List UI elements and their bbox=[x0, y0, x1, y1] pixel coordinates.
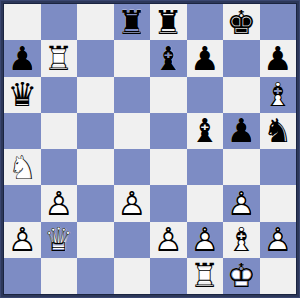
black-pawn-fill: ♙ bbox=[4, 40, 41, 76]
white-bishop-fill: ♝ bbox=[223, 222, 260, 258]
chess-board: ♖♜♖♜♔♚♙♟♜♖♗♝♙♟♙♟♕♛♝♗♗♝♙♟♘♞♞♘♟♙♟♙♟♙♟♙♛♕♟♙… bbox=[4, 4, 296, 294]
piece-white-pawn-a2: ♙ bbox=[4, 222, 41, 258]
black-knight-fill: ♘ bbox=[260, 113, 297, 149]
black-queen-fill: ♕ bbox=[4, 77, 41, 113]
square-e7[interactable]: ♗♝ bbox=[150, 40, 187, 76]
square-f2[interactable]: ♟♙ bbox=[187, 222, 224, 258]
square-f3[interactable] bbox=[187, 185, 224, 221]
piece-black-queen-a6: ♛ bbox=[4, 77, 41, 113]
square-e6[interactable] bbox=[150, 77, 187, 113]
square-g7[interactable] bbox=[223, 40, 260, 76]
square-b7[interactable]: ♜♖ bbox=[41, 40, 78, 76]
square-e1[interactable] bbox=[150, 258, 187, 294]
square-a3[interactable] bbox=[4, 185, 41, 221]
black-rook-fill: ♖ bbox=[114, 4, 151, 40]
square-h3[interactable] bbox=[260, 185, 297, 221]
square-d3[interactable]: ♟♙ bbox=[114, 185, 151, 221]
square-h4[interactable] bbox=[260, 149, 297, 185]
piece-white-pawn-f2: ♙ bbox=[187, 222, 224, 258]
square-a5[interactable] bbox=[4, 113, 41, 149]
piece-black-bishop-f5: ♝ bbox=[187, 113, 224, 149]
piece-black-rook-e8: ♜ bbox=[150, 4, 187, 40]
square-c5[interactable] bbox=[77, 113, 114, 149]
square-c4[interactable] bbox=[77, 149, 114, 185]
square-h2[interactable]: ♟♙ bbox=[260, 222, 297, 258]
square-c7[interactable] bbox=[77, 40, 114, 76]
square-b1[interactable] bbox=[41, 258, 78, 294]
square-h8[interactable] bbox=[260, 4, 297, 40]
black-pawn-fill: ♙ bbox=[260, 40, 297, 76]
piece-black-pawn-g5: ♟ bbox=[223, 113, 260, 149]
square-c8[interactable] bbox=[77, 4, 114, 40]
piece-white-rook-b7: ♖ bbox=[41, 40, 78, 76]
white-pawn-fill: ♟ bbox=[114, 185, 151, 221]
piece-white-pawn-b3: ♙ bbox=[41, 185, 78, 221]
white-knight-fill: ♞ bbox=[4, 149, 41, 185]
piece-white-bishop-h6: ♗ bbox=[260, 77, 297, 113]
white-pawn-fill: ♟ bbox=[223, 185, 260, 221]
piece-white-king-g1: ♔ bbox=[223, 258, 260, 294]
square-b3[interactable]: ♟♙ bbox=[41, 185, 78, 221]
square-a7[interactable]: ♙♟ bbox=[4, 40, 41, 76]
square-g4[interactable] bbox=[223, 149, 260, 185]
square-h5[interactable]: ♘♞ bbox=[260, 113, 297, 149]
square-a2[interactable]: ♟♙ bbox=[4, 222, 41, 258]
piece-white-pawn-e2: ♙ bbox=[150, 222, 187, 258]
piece-white-pawn-g3: ♙ bbox=[223, 185, 260, 221]
square-e8[interactable]: ♖♜ bbox=[150, 4, 187, 40]
square-f1[interactable]: ♜♖ bbox=[187, 258, 224, 294]
square-e2[interactable]: ♟♙ bbox=[150, 222, 187, 258]
piece-black-pawn-h7: ♟ bbox=[260, 40, 297, 76]
square-g1[interactable]: ♚♔ bbox=[223, 258, 260, 294]
piece-black-pawn-f7: ♟ bbox=[187, 40, 224, 76]
square-d2[interactable] bbox=[114, 222, 151, 258]
black-king-fill: ♔ bbox=[223, 4, 260, 40]
piece-white-knight-a4: ♘ bbox=[4, 149, 41, 185]
white-pawn-fill: ♟ bbox=[260, 222, 297, 258]
piece-black-knight-h5: ♞ bbox=[260, 113, 297, 149]
square-b5[interactable] bbox=[41, 113, 78, 149]
square-d6[interactable] bbox=[114, 77, 151, 113]
square-e5[interactable] bbox=[150, 113, 187, 149]
square-a4[interactable]: ♞♘ bbox=[4, 149, 41, 185]
square-d8[interactable]: ♖♜ bbox=[114, 4, 151, 40]
black-bishop-fill: ♗ bbox=[187, 113, 224, 149]
square-c2[interactable] bbox=[77, 222, 114, 258]
piece-white-pawn-h2: ♙ bbox=[260, 222, 297, 258]
white-bishop-fill: ♝ bbox=[260, 77, 297, 113]
piece-black-bishop-e7: ♝ bbox=[150, 40, 187, 76]
square-c6[interactable] bbox=[77, 77, 114, 113]
square-g2[interactable]: ♝♗ bbox=[223, 222, 260, 258]
white-rook-fill: ♜ bbox=[187, 258, 224, 294]
piece-black-king-g8: ♚ bbox=[223, 4, 260, 40]
white-pawn-fill: ♟ bbox=[41, 185, 78, 221]
white-king-fill: ♚ bbox=[223, 258, 260, 294]
square-d4[interactable] bbox=[114, 149, 151, 185]
square-f4[interactable] bbox=[187, 149, 224, 185]
white-pawn-fill: ♟ bbox=[4, 222, 41, 258]
piece-black-pawn-a7: ♟ bbox=[4, 40, 41, 76]
square-b6[interactable] bbox=[41, 77, 78, 113]
square-e3[interactable] bbox=[150, 185, 187, 221]
chess-board-frame: ♖♜♖♜♔♚♙♟♜♖♗♝♙♟♙♟♕♛♝♗♗♝♙♟♘♞♞♘♟♙♟♙♟♙♟♙♛♕♟♙… bbox=[0, 0, 300, 298]
black-pawn-fill: ♙ bbox=[223, 113, 260, 149]
square-f5[interactable]: ♗♝ bbox=[187, 113, 224, 149]
square-b4[interactable] bbox=[41, 149, 78, 185]
black-pawn-fill: ♙ bbox=[187, 40, 224, 76]
piece-white-queen-b2: ♕ bbox=[41, 222, 78, 258]
black-rook-fill: ♖ bbox=[150, 4, 187, 40]
square-e4[interactable] bbox=[150, 149, 187, 185]
white-rook-fill: ♜ bbox=[41, 40, 78, 76]
square-d1[interactable] bbox=[114, 258, 151, 294]
square-g6[interactable] bbox=[223, 77, 260, 113]
black-bishop-fill: ♗ bbox=[150, 40, 187, 76]
square-a6[interactable]: ♕♛ bbox=[4, 77, 41, 113]
square-g5[interactable]: ♙♟ bbox=[223, 113, 260, 149]
square-a8[interactable] bbox=[4, 4, 41, 40]
square-h1[interactable] bbox=[260, 258, 297, 294]
piece-white-bishop-g2: ♗ bbox=[223, 222, 260, 258]
square-d5[interactable] bbox=[114, 113, 151, 149]
square-b8[interactable] bbox=[41, 4, 78, 40]
white-queen-fill: ♛ bbox=[41, 222, 78, 258]
square-f6[interactable] bbox=[187, 77, 224, 113]
square-c1[interactable] bbox=[77, 258, 114, 294]
square-f7[interactable]: ♙♟ bbox=[187, 40, 224, 76]
square-f8[interactable] bbox=[187, 4, 224, 40]
square-g8[interactable]: ♔♚ bbox=[223, 4, 260, 40]
square-d7[interactable] bbox=[114, 40, 151, 76]
square-a1[interactable] bbox=[4, 258, 41, 294]
square-h7[interactable]: ♙♟ bbox=[260, 40, 297, 76]
square-c3[interactable] bbox=[77, 185, 114, 221]
piece-white-pawn-d3: ♙ bbox=[114, 185, 151, 221]
white-pawn-fill: ♟ bbox=[187, 222, 224, 258]
piece-white-rook-f1: ♖ bbox=[187, 258, 224, 294]
white-pawn-fill: ♟ bbox=[150, 222, 187, 258]
square-h6[interactable]: ♝♗ bbox=[260, 77, 297, 113]
piece-black-rook-d8: ♜ bbox=[114, 4, 151, 40]
square-g3[interactable]: ♟♙ bbox=[223, 185, 260, 221]
square-b2[interactable]: ♛♕ bbox=[41, 222, 78, 258]
